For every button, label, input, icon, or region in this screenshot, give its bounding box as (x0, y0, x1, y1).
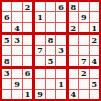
cell-r7c1[interactable]: 3 (2, 69, 11, 78)
cell-r1c9[interactable] (90, 2, 99, 11)
cell-r4c8[interactable] (79, 35, 88, 44)
cell-r5c2[interactable] (12, 46, 21, 55)
cell-r3c5[interactable] (46, 23, 55, 32)
cell-r5c3[interactable] (23, 46, 32, 55)
cell-r4c1[interactable]: 5 (2, 35, 11, 44)
cell-r8c2[interactable]: 9 (12, 79, 21, 88)
cell-r4c7[interactable] (69, 35, 78, 44)
cell-r7c4[interactable] (35, 69, 44, 78)
cell-r6c9[interactable]: 4 (90, 56, 99, 65)
cell-r3c2[interactable]: 4 (12, 23, 21, 32)
cell-r3c3[interactable] (23, 23, 32, 32)
cell-r6c5[interactable]: 5 (46, 56, 55, 65)
cell-r5c1[interactable] (2, 46, 11, 55)
cell-r2c1[interactable]: 6 (2, 12, 11, 21)
cell-r4c2[interactable]: 3 (12, 35, 21, 44)
cell-r8c9[interactable]: 5 (90, 79, 99, 88)
cell-r4c3[interactable] (23, 35, 32, 44)
cell-r6c2[interactable] (12, 56, 21, 65)
cell-r8c7[interactable] (69, 79, 78, 88)
cell-r8c6[interactable]: 1 (56, 79, 65, 88)
cell-r6c6[interactable] (56, 56, 65, 65)
cell-r2c4[interactable]: 1 (35, 12, 44, 21)
cell-r6c4[interactable] (35, 56, 44, 65)
cell-r8c8[interactable] (79, 79, 88, 88)
cell-r7c9[interactable] (90, 69, 99, 78)
cell-r1c5[interactable] (46, 2, 55, 11)
cell-r7c6[interactable] (56, 69, 65, 78)
cell-r4c9[interactable]: 2 (90, 35, 99, 44)
cell-r6c3[interactable] (23, 56, 32, 65)
cell-r1c4[interactable] (35, 2, 44, 11)
cell-r9c2[interactable] (12, 90, 21, 99)
cell-r1c1[interactable] (2, 2, 11, 11)
cell-r9c1[interactable] (2, 90, 11, 99)
cell-r1c3[interactable]: 2 (23, 2, 32, 11)
cell-r5c6[interactable]: 3 (56, 46, 65, 55)
cell-r5c7[interactable] (69, 46, 78, 55)
cell-r3c4[interactable] (35, 23, 44, 32)
cell-r9c5[interactable] (46, 90, 55, 99)
cell-r6c7[interactable] (69, 56, 78, 65)
cell-r9c9[interactable] (90, 90, 99, 99)
cell-r1c2[interactable] (12, 2, 21, 11)
cell-r6c1[interactable]: 8 (2, 56, 11, 65)
cell-r4c4[interactable] (35, 35, 44, 44)
cell-r9c6[interactable] (56, 90, 65, 99)
cell-r5c8[interactable] (79, 46, 88, 55)
cell-r3c9[interactable]: 1 (90, 23, 99, 32)
cell-r7c3[interactable]: 6 (23, 69, 32, 78)
cell-r9c7[interactable]: 4 (69, 90, 78, 99)
cell-r3c1[interactable] (2, 23, 11, 32)
cell-r7c2[interactable] (12, 69, 21, 78)
cell-r6c8[interactable]: 7 (79, 56, 88, 65)
cell-r3c8[interactable] (79, 23, 88, 32)
cell-r2c5[interactable] (46, 12, 55, 21)
cell-r5c4[interactable]: 7 (35, 46, 44, 55)
cell-r9c3[interactable]: 1 (23, 90, 32, 99)
cell-r2c2[interactable] (12, 12, 21, 21)
cell-r4c5[interactable]: 8 (46, 35, 55, 44)
cell-r8c4[interactable] (35, 79, 44, 88)
cell-r7c8[interactable]: 2 (79, 69, 88, 78)
cell-r8c5[interactable] (46, 79, 55, 88)
cell-r2c6[interactable] (56, 12, 65, 21)
cell-r9c8[interactable] (79, 90, 88, 99)
cell-r2c9[interactable] (90, 12, 99, 21)
cell-r1c6[interactable]: 6 (56, 2, 65, 11)
cell-r3c7[interactable]: 2 (69, 23, 78, 32)
cell-r7c7[interactable] (69, 69, 78, 78)
cell-r8c3[interactable] (23, 79, 32, 88)
cell-r3c6[interactable] (56, 23, 65, 32)
cell-r5c9[interactable] (90, 46, 99, 55)
cell-r2c8[interactable]: 9 (79, 12, 88, 21)
cell-r7c5[interactable] (46, 69, 55, 78)
cell-r1c8[interactable] (79, 2, 88, 11)
sudoku-board: 2686194215382738574362915194 (0, 0, 101, 101)
cell-r2c7[interactable] (69, 12, 78, 21)
cell-r4c6[interactable] (56, 35, 65, 44)
cell-r1c7[interactable]: 8 (69, 2, 78, 11)
cell-r9c4[interactable]: 9 (35, 90, 44, 99)
cell-r2c3[interactable] (23, 12, 32, 21)
cell-r5c5[interactable] (46, 46, 55, 55)
cell-r8c1[interactable] (2, 79, 11, 88)
